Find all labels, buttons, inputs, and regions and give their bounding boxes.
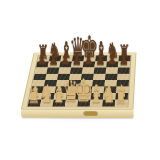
brass-clasp-icon [84,112,97,116]
piece-black-rook: ♜ [118,42,130,62]
square-d2: ♟ [66,93,79,100]
board-squares: ♜♞♝♛♚♝♞♜♟♟♟♟♟♟♟♟♟♟♟♟♟♟♟♟♜♞♝♛♚♝♞♜ [28,55,131,106]
square-h1: ♜ [115,100,128,107]
square-c1: ♝ [52,100,65,107]
square-d1: ♛ [65,100,78,107]
square-b4 [44,80,57,86]
square-f3 [91,86,104,93]
square-f1: ♝ [90,100,103,107]
square-c2: ♟ [54,93,67,100]
square-a2: ♟ [29,93,43,100]
board-frame: ♜♞♝♛♚♝♞♜♟♟♟♟♟♟♟♟♟♟♟♟♟♟♟♟♜♞♝♛♚♝♞♜ [21,53,137,111]
piece-black-bishop: ♝ [94,39,108,61]
square-e4 [80,80,93,86]
piece-black-bishop: ♝ [59,39,73,61]
board-front-edge [21,110,134,118]
square-e1: ♚ [77,100,90,107]
chess-set-product-photo: ♜♞♝♛♚♝♞♜♟♟♟♟♟♟♟♟♟♟♟♟♟♟♟♟♜♞♝♛♚♝♞♜ [0,0,160,160]
piece-black-rook: ♜ [37,42,49,61]
square-g2: ♟ [103,93,116,100]
chess-board: ♜♞♝♛♚♝♞♜♟♟♟♟♟♟♟♟♟♟♟♟♟♟♟♟♜♞♝♛♚♝♞♜ [21,53,137,111]
piece-black-knight: ♞ [106,40,119,61]
piece-black-knight: ♞ [48,40,61,61]
square-f5 [93,74,106,80]
square-g1: ♞ [102,100,115,107]
